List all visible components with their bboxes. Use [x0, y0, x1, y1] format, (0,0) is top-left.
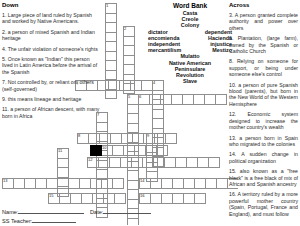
down-clues-section: Down 1. Large piece of land ruled by Spa…: [2, 2, 100, 123]
across-clue: 6. Plantation, (large farm), owned by th…: [229, 35, 298, 54]
clue-number: 1: [105, 3, 108, 8]
date-blank[interactable]: [103, 209, 151, 214]
down-clue-list: 1. Large piece of land ruled by Spanish …: [2, 12, 100, 119]
name-blank[interactable]: [18, 209, 84, 214]
clue-number: 13: [2, 178, 7, 183]
teacher-label: SS Teacher:: [2, 218, 32, 224]
down-clue: 11. a person of African descent, with ma…: [2, 106, 100, 119]
clue-number: 9: [146, 133, 149, 138]
across-clue: 15. also known as a "free black" is a fr…: [229, 168, 298, 187]
name-date-line: Name: Date:: [2, 209, 151, 215]
word-bank-word: Creole: [182, 16, 199, 22]
down-clue: 1. Large piece of land ruled by Spanish …: [2, 12, 100, 25]
clue-number: 15: [48, 193, 53, 198]
clue-number: 3: [75, 80, 78, 85]
down-clue: 7. Not controlled by, or reliant on, oth…: [2, 79, 100, 92]
clue-number: 16: [139, 193, 144, 198]
word-bank-header: Word Bank: [147, 2, 233, 9]
across-header: Across: [229, 2, 298, 9]
clue-number: 8: [77, 133, 80, 138]
word-bank-word: Slave: [183, 78, 197, 84]
across-clue: 14. A sudden change in political organiz…: [229, 151, 298, 164]
crossword-cell[interactable]: [114, 193, 126, 204]
teacher-blank[interactable]: [32, 218, 76, 223]
across-clue: 13. a person born in Spain who migrated …: [229, 135, 298, 148]
down-clue: 9. this means lineage and heritage: [2, 96, 100, 102]
crossword-worksheet: 12345678910111213141516 Down 1. Large pi…: [0, 0, 300, 225]
across-clue: 12. Economic system designed to increase…: [229, 111, 298, 130]
down-header: Down: [2, 2, 100, 9]
clue-number: 11: [57, 148, 62, 153]
teacher-line: SS Teacher:: [2, 218, 76, 224]
word-bank-word: Casta: [183, 10, 198, 16]
clue-number: 5: [127, 94, 130, 99]
down-clue: 4. The unfair violation of someone's rig…: [2, 46, 100, 52]
crossword-cell[interactable]: [194, 193, 206, 204]
clue-number: 7: [96, 112, 99, 117]
across-clue: 16. A territory ruled by a more powerful…: [229, 191, 298, 217]
clue-number: 14: [139, 178, 144, 183]
crossword-cell[interactable]: [208, 157, 220, 168]
word-bank-list: CastaCreoleColonydictatordependentencomi…: [147, 10, 233, 84]
word-bank-word: Revolution: [176, 72, 204, 78]
across-clue: 10. a person of pure Spanish blood (pare…: [229, 82, 298, 108]
crossword-cell[interactable]: [112, 178, 124, 189]
crossword-cell[interactable]: [127, 218, 139, 226]
word-bank-word: Colony: [181, 22, 199, 28]
crossword-cell[interactable]: [156, 145, 168, 156]
word-bank-word: mercantilism: [148, 47, 181, 53]
word-bank-section: Word Bank CastaCreoleColonydictatordepen…: [147, 2, 233, 84]
clue-number: 10: [101, 145, 106, 150]
clue-number: 2: [123, 26, 126, 31]
clue-number: 4: [152, 80, 155, 85]
down-clue: 5. Once known as "Indian" this person li…: [2, 56, 100, 75]
crossword-cell[interactable]: [215, 94, 227, 105]
across-clues-section: Across 3. A person granted complete auth…: [229, 2, 298, 221]
across-clue-list: 3. A person granted complete authority a…: [229, 12, 298, 217]
word-bank-word: Native American: [169, 60, 211, 66]
word-bank-row: Slave: [147, 78, 233, 84]
down-clue: 2. a person of mixed Spanish and Indian …: [2, 29, 100, 42]
word-bank-word: Peninsulare: [175, 66, 206, 72]
clue-number: 12: [87, 157, 92, 162]
name-label: Name:: [2, 209, 18, 215]
across-clue: 3. A person granted complete authority a…: [229, 12, 298, 31]
clue-number: 6: [138, 94, 141, 99]
word-bank-word: Mulatto: [180, 53, 199, 59]
across-clue: 8. Relying on someone for support, or be…: [229, 58, 298, 77]
crossword-cell[interactable]: [165, 133, 177, 144]
date-label: Date:: [90, 209, 103, 215]
